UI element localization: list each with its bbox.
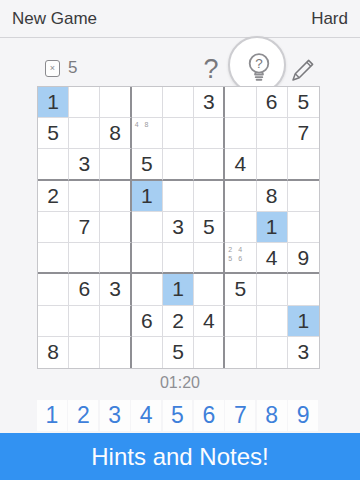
pad-key-6[interactable]: 6 <box>194 400 224 431</box>
cell-r9c4[interactable] <box>132 337 163 368</box>
cell-r7c5[interactable]: 1 <box>163 274 194 305</box>
cell-r6c9[interactable]: 9 <box>288 243 319 274</box>
cell-r3c7[interactable]: 4 <box>225 149 256 180</box>
cell-r5c7[interactable] <box>225 212 256 243</box>
cell-r6c5[interactable] <box>163 243 194 274</box>
cell-r3c6[interactable] <box>194 149 225 180</box>
cell-r2c7[interactable] <box>225 118 256 149</box>
cell-r2c5[interactable] <box>163 118 194 149</box>
cell-r1c7[interactable] <box>225 87 256 118</box>
cell-r7c7[interactable]: 5 <box>225 274 256 305</box>
timer: 01:20 <box>0 374 360 392</box>
cell-r3c8[interactable] <box>257 149 288 180</box>
cell-digit: 5 <box>172 340 184 364</box>
cell-r3c9[interactable] <box>288 149 319 180</box>
cell-r7c1[interactable] <box>38 274 69 305</box>
cell-digit: 3 <box>109 277 121 301</box>
pencil-icon[interactable] <box>288 55 318 85</box>
header-bar: New Game Hard <box>0 0 360 38</box>
cell-r5c8[interactable]: 1 <box>257 212 288 243</box>
new-game-button[interactable]: New Game <box>12 0 97 38</box>
cell-r5c9[interactable] <box>288 212 319 243</box>
cell-r8c2[interactable] <box>69 306 100 337</box>
cell-r7c4[interactable] <box>132 274 163 305</box>
cell-r7c9[interactable] <box>288 274 319 305</box>
cell-digit: 8 <box>109 121 121 145</box>
cell-r9c3[interactable] <box>100 337 131 368</box>
cell-r8c5[interactable]: 2 <box>163 306 194 337</box>
cell-r4c1[interactable]: 2 <box>38 181 69 212</box>
cell-r4c9[interactable] <box>288 181 319 212</box>
cell-r1c1[interactable]: 1 <box>38 87 69 118</box>
cell-r4c8[interactable]: 8 <box>257 181 288 212</box>
cell-r9c2[interactable] <box>69 337 100 368</box>
pad-key-2[interactable]: 2 <box>68 400 98 431</box>
cell-r6c1[interactable] <box>38 243 69 274</box>
cell-r8c3[interactable] <box>100 306 131 337</box>
cell-r1c5[interactable] <box>163 87 194 118</box>
mistakes-counter: × 5 <box>45 58 77 78</box>
cell-digit: 2 <box>172 309 184 333</box>
cell-notes: 2 4 5 6 <box>228 245 252 263</box>
pad-key-5[interactable]: 5 <box>163 400 193 431</box>
pad-key-7[interactable]: 7 <box>225 400 255 431</box>
cell-digit: 5 <box>141 152 153 176</box>
cell-r5c5[interactable]: 3 <box>163 212 194 243</box>
cell-digit: 4 <box>266 246 278 270</box>
cell-digit: 5 <box>298 90 310 114</box>
number-pad: 123456789 <box>37 400 318 431</box>
cell-digit: 1 <box>172 277 184 301</box>
cell-r2c3[interactable]: 8 <box>100 118 131 149</box>
cell-r4c5[interactable] <box>163 181 194 212</box>
cell-r5c2[interactable]: 7 <box>69 212 100 243</box>
cell-r1c8[interactable]: 6 <box>257 87 288 118</box>
cell-digit: 4 <box>203 309 215 333</box>
sudoku-app-screen: New Game Hard × 5 ? ? 3 1365584 87354218… <box>0 0 360 480</box>
cell-r2c9[interactable]: 7 <box>288 118 319 149</box>
cell-r9c9[interactable]: 3 <box>288 337 319 368</box>
cell-r3c1[interactable] <box>38 149 69 180</box>
cell-r9c8[interactable] <box>257 337 288 368</box>
cell-digit: 4 <box>235 152 247 176</box>
cell-digit: 8 <box>266 184 278 208</box>
cell-digit: 8 <box>47 340 59 364</box>
cell-r3c4[interactable]: 5 <box>132 149 163 180</box>
cell-r6c2[interactable] <box>69 243 100 274</box>
cell-r2c6[interactable] <box>194 118 225 149</box>
cell-r4c4[interactable]: 1 <box>132 181 163 212</box>
cell-digit: 1 <box>47 90 59 114</box>
cell-r8c1[interactable] <box>38 306 69 337</box>
mistakes-count: 5 <box>68 58 77 78</box>
cell-r6c6[interactable] <box>194 243 225 274</box>
cell-digit: 1 <box>266 215 278 239</box>
cell-digit: 3 <box>78 152 90 176</box>
cell-digit: 7 <box>78 215 90 239</box>
cell-r6c3[interactable] <box>100 243 131 274</box>
cell-r9c6[interactable] <box>194 337 225 368</box>
cell-digit: 9 <box>298 246 310 270</box>
cell-r4c7[interactable] <box>225 181 256 212</box>
cell-r1c2[interactable] <box>69 87 100 118</box>
cell-digit: 3 <box>172 215 184 239</box>
cell-r7c3[interactable]: 3 <box>100 274 131 305</box>
hints-and-notes-banner[interactable]: Hints and Notes! <box>0 433 360 480</box>
cell-digit: 6 <box>266 90 278 114</box>
cell-r5c1[interactable] <box>38 212 69 243</box>
cell-r3c5[interactable] <box>163 149 194 180</box>
cell-r3c3[interactable] <box>100 149 131 180</box>
cell-r2c1[interactable]: 5 <box>38 118 69 149</box>
cell-notes: 4 8 <box>135 120 159 129</box>
cell-r2c8[interactable] <box>257 118 288 149</box>
cell-r1c6[interactable]: 3 <box>194 87 225 118</box>
cell-r5c4[interactable] <box>132 212 163 243</box>
difficulty-label[interactable]: Hard <box>311 0 348 38</box>
pad-key-1[interactable]: 1 <box>37 400 67 431</box>
cell-r1c4[interactable] <box>132 87 163 118</box>
sudoku-board: 1365584 8735421873512 4 5 64963156241853 <box>37 86 320 369</box>
cell-r4c6[interactable] <box>194 181 225 212</box>
cell-r6c7[interactable]: 2 4 5 6 <box>225 243 256 274</box>
cell-digit: 1 <box>298 309 310 333</box>
cell-r6c8[interactable]: 4 <box>257 243 288 274</box>
cell-r8c9[interactable]: 1 <box>288 306 319 337</box>
pad-key-4[interactable]: 4 <box>131 400 161 431</box>
cell-digit: 6 <box>78 277 90 301</box>
cell-digit: 6 <box>141 309 153 333</box>
pad-key-3[interactable]: 3 <box>100 400 130 431</box>
cell-digit: 1 <box>141 184 153 208</box>
cell-r9c1[interactable]: 8 <box>38 337 69 368</box>
cell-r1c3[interactable] <box>100 87 131 118</box>
cell-r8c8[interactable] <box>257 306 288 337</box>
cell-digit: 3 <box>203 90 215 114</box>
cell-r2c4[interactable]: 4 8 <box>132 118 163 149</box>
svg-text:?: ? <box>255 56 263 71</box>
cell-r7c2[interactable]: 6 <box>69 274 100 305</box>
cell-r7c6[interactable] <box>194 274 225 305</box>
pad-key-9[interactable]: 9 <box>288 400 318 431</box>
cell-r8c7[interactable] <box>225 306 256 337</box>
cell-digit: 2 <box>47 184 59 208</box>
cell-r9c7[interactable] <box>225 337 256 368</box>
cell-digit: 5 <box>235 277 247 301</box>
cell-r4c3[interactable] <box>100 181 131 212</box>
cell-r5c3[interactable] <box>100 212 131 243</box>
cell-r1c9[interactable]: 5 <box>288 87 319 118</box>
cell-digit: 5 <box>47 121 59 145</box>
cell-r2c2[interactable] <box>69 118 100 149</box>
cell-r5c6[interactable]: 5 <box>194 212 225 243</box>
cell-digit: 7 <box>298 121 310 145</box>
cell-digit: 3 <box>298 340 310 364</box>
cell-r8c6[interactable]: 4 <box>194 306 225 337</box>
cell-r7c8[interactable] <box>257 274 288 305</box>
cell-r4c2[interactable] <box>69 181 100 212</box>
cell-r3c2[interactable]: 3 <box>69 149 100 180</box>
cell-digit: 5 <box>203 215 215 239</box>
page-x-icon: × <box>45 60 60 77</box>
question-mark-icon[interactable]: ? <box>201 52 221 86</box>
hint-badge: 3 <box>261 43 279 61</box>
cell-r8c4[interactable]: 6 <box>132 306 163 337</box>
pad-key-8[interactable]: 8 <box>257 400 287 431</box>
cell-r6c4[interactable] <box>132 243 163 274</box>
cell-r9c5[interactable]: 5 <box>163 337 194 368</box>
